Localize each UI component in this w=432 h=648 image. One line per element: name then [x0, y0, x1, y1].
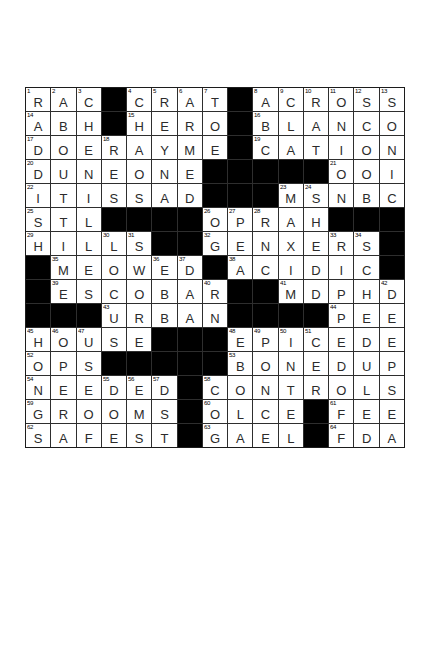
cell-letter: O: [354, 168, 378, 181]
cell-r7c3[interactable]: L: [77, 232, 101, 255]
cell-number: 53: [229, 352, 235, 358]
cell-number: 46: [52, 328, 58, 334]
cell-r12c12[interactable]: E: [304, 352, 328, 375]
cell-r1c5[interactable]: 4C: [127, 88, 151, 111]
cell-r15c5[interactable]: S: [127, 424, 151, 447]
cell-number: 29: [27, 232, 33, 238]
cell-r8c10[interactable]: C: [253, 256, 277, 279]
cell-r5c7[interactable]: D: [178, 184, 202, 207]
cell-letter: O: [329, 168, 353, 181]
cell-number: 48: [229, 328, 235, 334]
cell-r14c6[interactable]: S: [152, 400, 176, 423]
cell-r10c4[interactable]: 43U: [102, 304, 126, 327]
block-cell-r11c8: [203, 328, 227, 351]
cell-r6c9[interactable]: 27P: [228, 208, 252, 231]
cell-number: 34: [355, 232, 361, 238]
cell-r1c11[interactable]: 9C: [279, 88, 303, 111]
cell-r2c3[interactable]: H: [77, 112, 101, 135]
cell-r15c14[interactable]: D: [354, 424, 378, 447]
cell-r14c5[interactable]: M: [127, 400, 151, 423]
cell-r3c1[interactable]: 17D: [26, 136, 50, 159]
cell-letter: E: [380, 336, 404, 349]
cell-r9c7[interactable]: A: [178, 280, 202, 303]
cell-r9c13[interactable]: P: [329, 280, 353, 303]
cell-letter: O: [26, 360, 50, 373]
cell-r2c14[interactable]: C: [354, 112, 378, 135]
cell-r14c1[interactable]: 59G: [26, 400, 50, 423]
cell-r11c12[interactable]: 51C: [304, 328, 328, 351]
cell-letter: H: [304, 216, 328, 229]
cell-r8c2[interactable]: 35M: [51, 256, 75, 279]
cell-letter: B: [152, 288, 176, 301]
cell-r7c11[interactable]: X: [279, 232, 303, 255]
cell-r12c11[interactable]: N: [279, 352, 303, 375]
cell-r3c5[interactable]: A: [127, 136, 151, 159]
cell-r13c3[interactable]: E: [77, 376, 101, 399]
cell-letter: E: [77, 264, 101, 277]
block-cell-r15c12: [304, 424, 328, 447]
cell-r3c14[interactable]: O: [354, 136, 378, 159]
cell-r15c11[interactable]: L: [279, 424, 303, 447]
cell-r14c9[interactable]: L: [228, 400, 252, 423]
cell-r12c15[interactable]: P: [380, 352, 404, 375]
cell-r3c11[interactable]: A: [279, 136, 303, 159]
block-cell-r3c9: [228, 136, 252, 159]
cell-r9c2[interactable]: 39E: [51, 280, 75, 303]
cell-letter: C: [253, 264, 277, 277]
block-cell-r14c7: [178, 400, 202, 423]
cell-r15c1[interactable]: 62S: [26, 424, 50, 447]
cell-letter: I: [279, 264, 303, 277]
cell-r1c2[interactable]: 2A: [51, 88, 75, 111]
cell-number: 12: [355, 88, 361, 94]
cell-r2c7[interactable]: R: [178, 112, 202, 135]
cell-r15c13[interactable]: 64F: [329, 424, 353, 447]
cell-number: 52: [27, 352, 33, 358]
cell-number: 24: [305, 184, 311, 190]
cell-number: 10: [305, 88, 311, 94]
block-cell-r4c11: [279, 160, 303, 183]
cell-number: 51: [305, 328, 311, 334]
cell-r2c13[interactable]: N: [329, 112, 353, 135]
cell-letter: B: [253, 120, 277, 133]
cell-r4c2[interactable]: U: [51, 160, 75, 183]
cell-letter: N: [329, 192, 353, 205]
cell-letter: N: [77, 168, 101, 181]
cell-r4c3[interactable]: N: [77, 160, 101, 183]
block-cell-r9c1: [26, 280, 50, 303]
cell-letter: O: [380, 120, 404, 133]
cell-number: 39: [52, 280, 58, 286]
cell-letter: E: [77, 384, 101, 397]
cell-letter: O: [51, 144, 75, 157]
cell-r10c5[interactable]: R: [127, 304, 151, 327]
block-cell-r7c15: [380, 232, 404, 255]
cell-r7c5[interactable]: 31S: [127, 232, 151, 255]
cell-r11c5[interactable]: E: [127, 328, 151, 351]
block-cell-r7c7: [178, 232, 202, 255]
block-cell-r1c4: [102, 88, 126, 111]
cell-r8c4[interactable]: O: [102, 256, 126, 279]
cell-r5c14[interactable]: B: [354, 184, 378, 207]
cell-r15c15[interactable]: A: [380, 424, 404, 447]
block-cell-r6c13: [329, 208, 353, 231]
cell-number: 54: [27, 376, 33, 382]
cell-r5c13[interactable]: N: [329, 184, 353, 207]
cell-r7c9[interactable]: E: [228, 232, 252, 255]
cell-r9c8[interactable]: 40R: [203, 280, 227, 303]
cell-letter: E: [102, 432, 126, 445]
cell-r2c5[interactable]: 15H: [127, 112, 151, 135]
block-cell-r6c15: [380, 208, 404, 231]
cell-r7c1[interactable]: 29H: [26, 232, 50, 255]
block-cell-r12c4: [102, 352, 126, 375]
cell-r1c10[interactable]: 8A: [253, 88, 277, 111]
cell-letter: M: [279, 288, 303, 301]
cell-r8c9[interactable]: 38A: [228, 256, 252, 279]
cell-number: 49: [254, 328, 260, 334]
cell-r8c13[interactable]: I: [329, 256, 353, 279]
cell-r5c15[interactable]: C: [380, 184, 404, 207]
cell-r9c15[interactable]: 42D: [380, 280, 404, 303]
cell-r8c11[interactable]: I: [279, 256, 303, 279]
cell-r3c15[interactable]: N: [380, 136, 404, 159]
cell-letter: I: [51, 240, 75, 253]
cell-r9c11[interactable]: 41M: [279, 280, 303, 303]
cell-letter: S: [152, 408, 176, 421]
cell-number: 63: [204, 424, 210, 430]
cell-r3c4[interactable]: 18R: [102, 136, 126, 159]
cell-number: 13: [381, 88, 387, 94]
cell-r10c13[interactable]: 44P: [329, 304, 353, 327]
cell-r1c6[interactable]: 5R: [152, 88, 176, 111]
cell-r4c15[interactable]: I: [380, 160, 404, 183]
cell-letter: D: [178, 264, 202, 277]
cell-number: 26: [204, 208, 210, 214]
cell-letter: C: [203, 384, 227, 397]
cell-letter: T: [279, 384, 303, 397]
cell-r6c3[interactable]: L: [77, 208, 101, 231]
cell-r8c7[interactable]: 37D: [178, 256, 202, 279]
cell-r15c9[interactable]: A: [228, 424, 252, 447]
cell-letter: S: [77, 360, 101, 373]
cell-letter: T: [152, 432, 176, 445]
cell-r3c6[interactable]: Y: [152, 136, 176, 159]
cell-r8c5[interactable]: W: [127, 256, 151, 279]
block-cell-r5c8: [203, 184, 227, 207]
block-cell-r4c8: [203, 160, 227, 183]
cell-r1c7[interactable]: 6A: [178, 88, 202, 111]
cell-letter: D: [329, 360, 353, 373]
cell-number: 35: [52, 256, 58, 262]
cell-letter: A: [178, 312, 202, 325]
cell-r15c10[interactable]: E: [253, 424, 277, 447]
cell-r5c11[interactable]: 23M: [279, 184, 303, 207]
cell-r10c8[interactable]: N: [203, 304, 227, 327]
cell-r7c12[interactable]: E: [304, 232, 328, 255]
cell-r14c14[interactable]: E: [354, 400, 378, 423]
cell-r3c10[interactable]: 19C: [253, 136, 277, 159]
cell-r13c10[interactable]: N: [253, 376, 277, 399]
cell-r13c12[interactable]: R: [304, 376, 328, 399]
cell-letter: A: [127, 144, 151, 157]
cell-letter: R: [127, 312, 151, 325]
cell-r11c1[interactable]: 45H: [26, 328, 50, 351]
cell-letter: I: [279, 336, 303, 349]
cell-number: 38: [229, 256, 235, 262]
cell-letter: S: [127, 432, 151, 445]
cell-letter: T: [51, 192, 75, 205]
cell-letter: G: [26, 408, 50, 421]
block-cell-r5c9: [228, 184, 252, 207]
cell-r15c3[interactable]: F: [77, 424, 101, 447]
cell-letter: W: [127, 264, 151, 277]
cell-r1c12[interactable]: 10R: [304, 88, 328, 111]
cell-r9c12[interactable]: D: [304, 280, 328, 303]
cell-letter: N: [253, 240, 277, 253]
cell-letter: S: [127, 240, 151, 253]
cell-letter: N: [253, 384, 277, 397]
cell-r10c14[interactable]: E: [354, 304, 378, 327]
cell-r1c3[interactable]: 3C: [77, 88, 101, 111]
cell-r2c2[interactable]: B: [51, 112, 75, 135]
cell-r2c11[interactable]: L: [279, 112, 303, 135]
cell-letter: M: [127, 408, 151, 421]
cell-r15c8[interactable]: 63G: [203, 424, 227, 447]
cell-r11c13[interactable]: E: [329, 328, 353, 351]
cell-r11c11[interactable]: 50I: [279, 328, 303, 351]
cell-r10c6[interactable]: B: [152, 304, 176, 327]
cell-r12c3[interactable]: S: [77, 352, 101, 375]
cell-r13c11[interactable]: T: [279, 376, 303, 399]
cell-letter: N: [26, 384, 50, 397]
cell-r5c5[interactable]: S: [127, 184, 151, 207]
cell-r11c3[interactable]: 47U: [77, 328, 101, 351]
cell-number: 22: [27, 184, 33, 190]
block-cell-r9c9: [228, 280, 252, 303]
cell-number: 21: [330, 160, 336, 166]
cell-letter: D: [26, 168, 50, 181]
cell-r11c9[interactable]: 48E: [228, 328, 252, 351]
cell-r5c3[interactable]: I: [77, 184, 101, 207]
cell-r12c10[interactable]: O: [253, 352, 277, 375]
block-cell-r1c9: [228, 88, 252, 111]
cell-r13c2[interactable]: E: [51, 376, 75, 399]
cell-r7c14[interactable]: 34S: [354, 232, 378, 255]
cell-r3c12[interactable]: T: [304, 136, 328, 159]
cell-letter: E: [380, 408, 404, 421]
cell-r15c4[interactable]: E: [102, 424, 126, 447]
cell-letter: C: [253, 408, 277, 421]
cell-r6c8[interactable]: 26O: [203, 208, 227, 231]
cell-r2c10[interactable]: 16B: [253, 112, 277, 135]
cell-letter: O: [329, 96, 353, 109]
block-cell-r14c12: [304, 400, 328, 423]
cell-r14c11[interactable]: E: [279, 400, 303, 423]
cell-r4c13[interactable]: 21O: [329, 160, 353, 183]
cell-r8c12[interactable]: D: [304, 256, 328, 279]
cell-r13c15[interactable]: S: [380, 376, 404, 399]
cell-letter: F: [77, 432, 101, 445]
cell-r14c10[interactable]: C: [253, 400, 277, 423]
cell-number: 64: [330, 424, 336, 430]
cell-r5c2[interactable]: T: [51, 184, 75, 207]
cell-r13c8[interactable]: 58C: [203, 376, 227, 399]
cell-r4c5[interactable]: O: [127, 160, 151, 183]
cell-letter: I: [329, 264, 353, 277]
cell-letter: A: [228, 264, 252, 277]
cell-r12c9[interactable]: 53B: [228, 352, 252, 375]
cell-letter: O: [253, 360, 277, 373]
cell-number: 36: [153, 256, 159, 262]
cell-r5c6[interactable]: A: [152, 184, 176, 207]
cell-r8c3[interactable]: E: [77, 256, 101, 279]
cell-r12c14[interactable]: U: [354, 352, 378, 375]
cell-number: 6: [179, 88, 182, 94]
cell-r14c8[interactable]: 60O: [203, 400, 227, 423]
cell-letter: O: [354, 144, 378, 157]
cell-r2c6[interactable]: E: [152, 112, 176, 135]
cell-r4c6[interactable]: N: [152, 160, 176, 183]
cell-number: 57: [153, 376, 159, 382]
cell-number: 15: [128, 112, 134, 118]
cell-r6c1[interactable]: 25S: [26, 208, 50, 231]
block-cell-r6c14: [354, 208, 378, 231]
cell-number: 56: [128, 376, 134, 382]
cell-r4c7[interactable]: E: [178, 160, 202, 183]
cell-r15c2[interactable]: A: [51, 424, 75, 447]
cell-r10c15[interactable]: E: [380, 304, 404, 327]
cell-r2c1[interactable]: 14A: [26, 112, 50, 135]
cell-letter: N: [380, 144, 404, 157]
cell-r1c15[interactable]: 13S: [380, 88, 404, 111]
cell-r4c14[interactable]: O: [354, 160, 378, 183]
cell-r3c7[interactable]: M: [178, 136, 202, 159]
cell-r1c14[interactable]: 12S: [354, 88, 378, 111]
cell-letter: S: [127, 192, 151, 205]
cell-r5c12[interactable]: 24S: [304, 184, 328, 207]
cell-number: 37: [179, 256, 185, 262]
cell-r7c13[interactable]: 33R: [329, 232, 353, 255]
cell-letter: T: [304, 144, 328, 157]
cell-r11c14[interactable]: D: [354, 328, 378, 351]
cell-r13c4[interactable]: 55D: [102, 376, 126, 399]
cell-r9c3[interactable]: S: [77, 280, 101, 303]
cell-r11c4[interactable]: S: [102, 328, 126, 351]
cell-r12c2[interactable]: P: [51, 352, 75, 375]
cell-letter: R: [102, 144, 126, 157]
cell-r3c2[interactable]: O: [51, 136, 75, 159]
cell-r1c8[interactable]: 7T: [203, 88, 227, 111]
cell-r14c13[interactable]: 61F: [329, 400, 353, 423]
cell-r1c1[interactable]: 1R: [26, 88, 50, 111]
cell-letter: R: [329, 240, 353, 253]
cell-r13c13[interactable]: O: [329, 376, 353, 399]
cell-r13c14[interactable]: L: [354, 376, 378, 399]
cell-r14c2[interactable]: R: [51, 400, 75, 423]
cell-r7c4[interactable]: 30L: [102, 232, 126, 255]
cell-letter: S: [77, 288, 101, 301]
cell-r12c1[interactable]: 52O: [26, 352, 50, 375]
cell-r4c4[interactable]: E: [102, 160, 126, 183]
cell-r13c1[interactable]: 54N: [26, 376, 50, 399]
cell-number: 14: [27, 112, 33, 118]
cell-letter: E: [77, 144, 101, 157]
block-cell-r8c1: [26, 256, 50, 279]
cell-letter: C: [354, 264, 378, 277]
cell-r11c10[interactable]: 49P: [253, 328, 277, 351]
cell-r13c9[interactable]: O: [228, 376, 252, 399]
cell-letter: L: [279, 120, 303, 133]
cell-letter: H: [26, 336, 50, 349]
cell-letter: U: [102, 312, 126, 325]
cell-r2c12[interactable]: A: [304, 112, 328, 135]
cell-r15c6[interactable]: T: [152, 424, 176, 447]
block-cell-r15c7: [178, 424, 202, 447]
cell-r3c3[interactable]: E: [77, 136, 101, 159]
cell-r2c15[interactable]: O: [380, 112, 404, 135]
cell-r8c14[interactable]: C: [354, 256, 378, 279]
cell-r11c2[interactable]: 46O: [51, 328, 75, 351]
cell-letter: S: [102, 192, 126, 205]
cell-number: 20: [27, 160, 33, 166]
cell-number: 50: [280, 328, 286, 334]
block-cell-r9c10: [253, 280, 277, 303]
cell-r5c4[interactable]: S: [102, 184, 126, 207]
cell-r9c5[interactable]: O: [127, 280, 151, 303]
cell-letter: B: [51, 120, 75, 133]
cell-letter: C: [304, 336, 328, 349]
cell-r13c6[interactable]: 57D: [152, 376, 176, 399]
cell-r1c13[interactable]: 11O: [329, 88, 353, 111]
cell-r5c1[interactable]: 22I: [26, 184, 50, 207]
cell-r13c5[interactable]: 56E: [127, 376, 151, 399]
cell-letter: B: [152, 312, 176, 325]
cell-r9c4[interactable]: C: [102, 280, 126, 303]
cell-r6c12[interactable]: H: [304, 208, 328, 231]
block-cell-r6c5: [127, 208, 151, 231]
cell-number: 30: [103, 232, 109, 238]
cell-letter: A: [228, 432, 252, 445]
cell-letter: C: [354, 120, 378, 133]
cell-letter: E: [178, 168, 202, 181]
cell-r2c8[interactable]: O: [203, 112, 227, 135]
cell-r12c13[interactable]: D: [329, 352, 353, 375]
cell-r3c8[interactable]: E: [203, 136, 227, 159]
cell-r6c2[interactable]: T: [51, 208, 75, 231]
cell-r7c2[interactable]: I: [51, 232, 75, 255]
cell-r14c4[interactable]: O: [102, 400, 126, 423]
cell-number: 8: [254, 88, 257, 94]
cell-letter: S: [26, 432, 50, 445]
cell-r3c13[interactable]: I: [329, 136, 353, 159]
cell-r6c11[interactable]: A: [279, 208, 303, 231]
cell-r7c8[interactable]: 32G: [203, 232, 227, 255]
cell-letter: A: [380, 432, 404, 445]
cell-r11c15[interactable]: E: [380, 328, 404, 351]
cell-r8c6[interactable]: 36E: [152, 256, 176, 279]
cell-r14c3[interactable]: O: [77, 400, 101, 423]
cell-letter: A: [304, 120, 328, 133]
cell-r14c15[interactable]: E: [380, 400, 404, 423]
cell-r9c6[interactable]: B: [152, 280, 176, 303]
cell-r4c1[interactable]: 20D: [26, 160, 50, 183]
cell-letter: M: [51, 264, 75, 277]
cell-r7c10[interactable]: N: [253, 232, 277, 255]
cell-r9c14[interactable]: H: [354, 280, 378, 303]
cell-r10c7[interactable]: A: [178, 304, 202, 327]
cell-r6c10[interactable]: 28R: [253, 208, 277, 231]
